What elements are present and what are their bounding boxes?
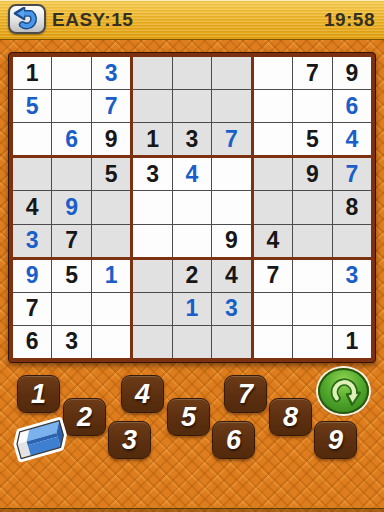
cell-r8c5[interactable]: 1 (173, 293, 211, 325)
cell-r9c9[interactable]: 1 (333, 326, 371, 358)
cell-r9c3[interactable] (92, 326, 130, 358)
cell-r4c9[interactable]: 7 (333, 158, 371, 190)
top-bar: EASY:15 19:58 (0, 0, 384, 40)
cell-r1c7[interactable] (254, 57, 292, 89)
cell-r6c5[interactable] (173, 225, 211, 257)
cell-r3c4[interactable]: 1 (133, 123, 171, 155)
box-3-3: 731 (254, 260, 371, 358)
cell-r7c9[interactable]: 3 (333, 260, 371, 292)
cell-r9c7[interactable] (254, 326, 292, 358)
cell-r3c1[interactable] (13, 123, 51, 155)
cell-r9c6[interactable] (212, 326, 250, 358)
box-3-1: 951763 (13, 260, 130, 358)
redo-arrow-icon (326, 374, 362, 408)
box-1-2: 137 (133, 57, 250, 155)
cell-r4c4[interactable]: 3 (133, 158, 171, 190)
cell-r1c5[interactable] (173, 57, 211, 89)
cell-r7c7[interactable]: 7 (254, 260, 292, 292)
difficulty-label: EASY:15 (52, 0, 133, 39)
cell-r5c1[interactable]: 4 (13, 191, 51, 223)
cell-r2c2[interactable] (52, 90, 90, 122)
cell-r1c4[interactable] (133, 57, 171, 89)
cell-r5c5[interactable] (173, 191, 211, 223)
cell-r6c1[interactable]: 3 (13, 225, 51, 257)
numpad-button-4[interactable]: 4 (121, 375, 164, 413)
cell-r7c2[interactable]: 5 (52, 260, 90, 292)
cell-r3c6[interactable]: 7 (212, 123, 250, 155)
cell-r1c8[interactable]: 7 (293, 57, 331, 89)
cell-r7c6[interactable]: 4 (212, 260, 250, 292)
box-2-1: 54937 (13, 158, 130, 256)
cell-r5c9[interactable]: 8 (333, 191, 371, 223)
box-2-3: 9784 (254, 158, 371, 256)
cell-r8c6[interactable]: 3 (212, 293, 250, 325)
cell-r1c6[interactable] (212, 57, 250, 89)
cell-r9c2[interactable]: 3 (52, 326, 90, 358)
cell-r8c2[interactable] (52, 293, 90, 325)
cell-r4c8[interactable]: 9 (293, 158, 331, 190)
cell-r2c6[interactable] (212, 90, 250, 122)
cell-r7c8[interactable] (293, 260, 331, 292)
cell-r7c5[interactable]: 2 (173, 260, 211, 292)
cell-r5c3[interactable] (92, 191, 130, 223)
cell-r6c7[interactable]: 4 (254, 225, 292, 257)
numpad-button-3[interactable]: 3 (108, 421, 151, 459)
cell-r4c5[interactable]: 4 (173, 158, 211, 190)
eraser-button[interactable] (6, 413, 72, 469)
cell-r3c9[interactable]: 4 (333, 123, 371, 155)
cell-r3c5[interactable]: 3 (173, 123, 211, 155)
cell-r8c8[interactable] (293, 293, 331, 325)
cell-r5c7[interactable] (254, 191, 292, 223)
cell-r4c6[interactable] (212, 158, 250, 190)
cell-r6c9[interactable] (333, 225, 371, 257)
cell-r2c8[interactable] (293, 90, 331, 122)
cell-r3c7[interactable] (254, 123, 292, 155)
cell-r2c7[interactable] (254, 90, 292, 122)
cell-r5c8[interactable] (293, 191, 331, 223)
back-button[interactable] (8, 4, 46, 34)
eraser-icon (6, 413, 72, 469)
cell-r9c4[interactable] (133, 326, 171, 358)
sudoku-grid: 135769137796545493734997849517632413731 (8, 52, 376, 363)
cell-r3c3[interactable]: 9 (92, 123, 130, 155)
box-3-2: 2413 (133, 260, 250, 358)
cell-r9c5[interactable] (173, 326, 211, 358)
numpad-button-7[interactable]: 7 (224, 375, 267, 413)
cell-r2c5[interactable] (173, 90, 211, 122)
numpad-button-1[interactable]: 1 (17, 375, 60, 413)
app-screen: EASY:15 19:58 13576913779654549373499784… (0, 0, 384, 512)
cell-r9c1[interactable]: 6 (13, 326, 51, 358)
cell-r8c4[interactable] (133, 293, 171, 325)
cell-r2c3[interactable]: 7 (92, 90, 130, 122)
cell-r8c9[interactable] (333, 293, 371, 325)
cell-r6c2[interactable]: 7 (52, 225, 90, 257)
cell-r6c4[interactable] (133, 225, 171, 257)
box-1-3: 79654 (254, 57, 371, 155)
cell-r4c2[interactable] (52, 158, 90, 190)
cell-r4c3[interactable]: 5 (92, 158, 130, 190)
cell-r2c4[interactable] (133, 90, 171, 122)
cell-r6c3[interactable] (92, 225, 130, 257)
cell-r1c3[interactable]: 3 (92, 57, 130, 89)
cell-r8c7[interactable] (254, 293, 292, 325)
cell-r7c1[interactable]: 9 (13, 260, 51, 292)
numpad-button-9[interactable]: 9 (314, 421, 357, 459)
cell-r5c6[interactable] (212, 191, 250, 223)
box-1-1: 135769 (13, 57, 130, 155)
redo-button[interactable] (318, 368, 369, 414)
cell-r2c9[interactable]: 6 (333, 90, 371, 122)
cell-r2c1[interactable]: 5 (13, 90, 51, 122)
cell-r4c1[interactable] (13, 158, 51, 190)
cell-r8c3[interactable] (92, 293, 130, 325)
cell-r6c8[interactable] (293, 225, 331, 257)
cell-r1c9[interactable]: 9 (333, 57, 371, 89)
numpad-button-6[interactable]: 6 (212, 421, 255, 459)
cell-r5c4[interactable] (133, 191, 171, 223)
cell-r4c7[interactable] (254, 158, 292, 190)
numpad-button-5[interactable]: 5 (167, 398, 210, 436)
undo-arrow-icon (12, 7, 42, 31)
numpad-button-8[interactable]: 8 (269, 398, 312, 436)
cell-r3c8[interactable]: 5 (293, 123, 331, 155)
cell-r6c6[interactable]: 9 (212, 225, 250, 257)
timer: 19:58 (324, 0, 375, 39)
cell-r9c8[interactable] (293, 326, 331, 358)
box-2-2: 349 (133, 158, 250, 256)
cell-r3c2[interactable]: 6 (52, 123, 90, 155)
cell-r8c1[interactable]: 7 (13, 293, 51, 325)
cell-r1c1[interactable]: 1 (13, 57, 51, 89)
cell-r1c2[interactable] (52, 57, 90, 89)
cell-r7c3[interactable]: 1 (92, 260, 130, 292)
cell-r5c2[interactable]: 9 (52, 191, 90, 223)
cell-r7c4[interactable] (133, 260, 171, 292)
